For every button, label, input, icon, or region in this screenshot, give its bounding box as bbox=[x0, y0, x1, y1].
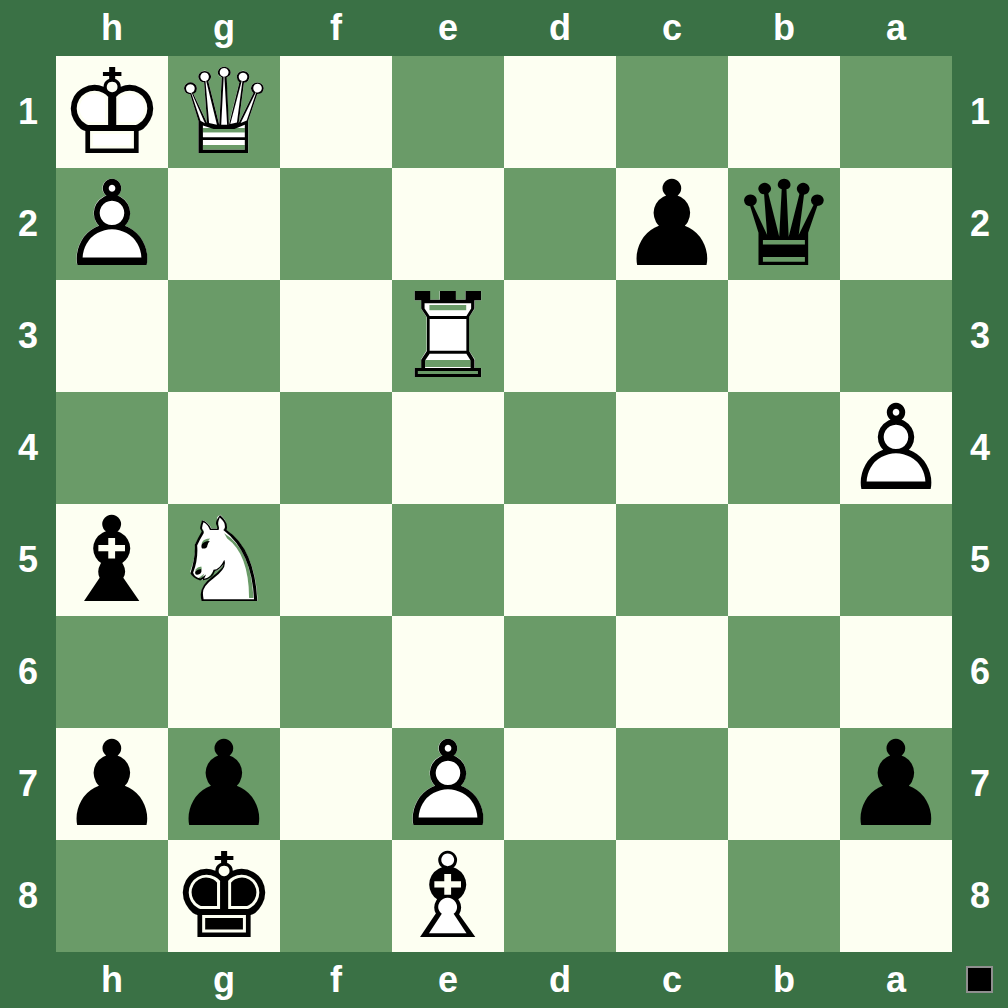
white-piece-outline-glyph: ♖ bbox=[392, 280, 504, 392]
square-d4[interactable] bbox=[504, 392, 616, 504]
square-c3[interactable] bbox=[616, 280, 728, 392]
square-b1[interactable] bbox=[728, 56, 840, 168]
square-c7[interactable] bbox=[616, 728, 728, 840]
square-e4[interactable] bbox=[392, 392, 504, 504]
square-f4[interactable] bbox=[280, 392, 392, 504]
piece-black-pawn[interactable]: ♟ bbox=[56, 728, 168, 840]
black-piece-glyph: ♛ bbox=[728, 168, 840, 280]
file-label-a: a bbox=[840, 952, 952, 1008]
square-g4[interactable] bbox=[168, 392, 280, 504]
piece-white-rook[interactable]: ♜♖ bbox=[392, 280, 504, 392]
square-g6[interactable] bbox=[168, 616, 280, 728]
square-e8[interactable]: ♝♗ bbox=[392, 840, 504, 952]
square-a8[interactable] bbox=[840, 840, 952, 952]
square-b3[interactable] bbox=[728, 280, 840, 392]
white-piece-outline-glyph: ♕ bbox=[168, 56, 280, 168]
file-label-c: c bbox=[616, 0, 728, 56]
square-b7[interactable] bbox=[728, 728, 840, 840]
piece-black-queen[interactable]: ♛ bbox=[728, 168, 840, 280]
file-label-c: c bbox=[616, 952, 728, 1008]
square-a7[interactable]: ♟ bbox=[840, 728, 952, 840]
rank-label-8: 8 bbox=[0, 840, 56, 952]
square-d6[interactable] bbox=[504, 616, 616, 728]
file-label-b: b bbox=[728, 952, 840, 1008]
square-h8[interactable] bbox=[56, 840, 168, 952]
square-g3[interactable] bbox=[168, 280, 280, 392]
rank-label-7: 7 bbox=[0, 728, 56, 840]
square-h5[interactable]: ♝ bbox=[56, 504, 168, 616]
rank-label-7: 7 bbox=[952, 728, 1008, 840]
square-a1[interactable] bbox=[840, 56, 952, 168]
square-b2[interactable]: ♛ bbox=[728, 168, 840, 280]
square-f6[interactable] bbox=[280, 616, 392, 728]
file-label-f: f bbox=[280, 0, 392, 56]
black-piece-glyph: ♝ bbox=[56, 504, 168, 616]
rank-labels-right: 12345678 bbox=[952, 56, 1008, 952]
square-d1[interactable] bbox=[504, 56, 616, 168]
rank-label-1: 1 bbox=[0, 56, 56, 168]
piece-black-pawn[interactable]: ♟ bbox=[840, 728, 952, 840]
file-label-d: d bbox=[504, 0, 616, 56]
rank-label-6: 6 bbox=[952, 616, 1008, 728]
piece-white-knight[interactable]: ♞♘ bbox=[168, 504, 280, 616]
file-label-b: b bbox=[728, 0, 840, 56]
rank-label-5: 5 bbox=[0, 504, 56, 616]
square-f1[interactable] bbox=[280, 56, 392, 168]
white-piece-outline-glyph: ♙ bbox=[392, 728, 504, 840]
chess-board-frame: hgfedcba hgfedcba 12345678 12345678 ♚♔♛♕… bbox=[0, 0, 1008, 1008]
file-label-e: e bbox=[392, 0, 504, 56]
square-h3[interactable] bbox=[56, 280, 168, 392]
piece-black-pawn[interactable]: ♟ bbox=[168, 728, 280, 840]
square-e2[interactable] bbox=[392, 168, 504, 280]
square-b6[interactable] bbox=[728, 616, 840, 728]
square-a2[interactable] bbox=[840, 168, 952, 280]
chess-board: ♚♔♛♕♟♙♟♛♜♖♟♙♝♞♘♟♟♟♙♟♚♝♗ bbox=[56, 56, 952, 952]
rank-label-2: 2 bbox=[952, 168, 1008, 280]
square-h2[interactable]: ♟♙ bbox=[56, 168, 168, 280]
square-g2[interactable] bbox=[168, 168, 280, 280]
white-piece-outline-glyph: ♙ bbox=[840, 392, 952, 504]
white-piece-outline-glyph: ♙ bbox=[56, 168, 168, 280]
black-piece-glyph: ♟ bbox=[840, 728, 952, 840]
piece-white-queen[interactable]: ♛♕ bbox=[168, 56, 280, 168]
square-a4[interactable]: ♟♙ bbox=[840, 392, 952, 504]
piece-black-king[interactable]: ♚ bbox=[168, 840, 280, 952]
black-to-move-indicator bbox=[966, 966, 993, 993]
square-a3[interactable] bbox=[840, 280, 952, 392]
white-piece-outline-glyph: ♘ bbox=[168, 504, 280, 616]
square-c8[interactable] bbox=[616, 840, 728, 952]
square-e3[interactable]: ♜♖ bbox=[392, 280, 504, 392]
black-piece-glyph: ♚ bbox=[168, 840, 280, 952]
square-g1[interactable]: ♛♕ bbox=[168, 56, 280, 168]
rank-label-6: 6 bbox=[0, 616, 56, 728]
rank-label-8: 8 bbox=[952, 840, 1008, 952]
square-f7[interactable] bbox=[280, 728, 392, 840]
square-a5[interactable] bbox=[840, 504, 952, 616]
rank-label-3: 3 bbox=[0, 280, 56, 392]
white-piece-outline-glyph: ♗ bbox=[392, 840, 504, 952]
rank-label-5: 5 bbox=[952, 504, 1008, 616]
black-piece-glyph: ♟ bbox=[168, 728, 280, 840]
piece-white-pawn[interactable]: ♟♙ bbox=[840, 392, 952, 504]
rank-label-1: 1 bbox=[952, 56, 1008, 168]
square-c4[interactable] bbox=[616, 392, 728, 504]
piece-white-bishop[interactable]: ♝♗ bbox=[392, 840, 504, 952]
rank-label-4: 4 bbox=[952, 392, 1008, 504]
square-e5[interactable] bbox=[392, 504, 504, 616]
square-e1[interactable] bbox=[392, 56, 504, 168]
square-b4[interactable] bbox=[728, 392, 840, 504]
black-piece-glyph: ♟ bbox=[56, 728, 168, 840]
square-h4[interactable] bbox=[56, 392, 168, 504]
square-d8[interactable] bbox=[504, 840, 616, 952]
rank-label-4: 4 bbox=[0, 392, 56, 504]
piece-black-pawn[interactable]: ♟ bbox=[616, 168, 728, 280]
square-d7[interactable] bbox=[504, 728, 616, 840]
square-f5[interactable] bbox=[280, 504, 392, 616]
square-f2[interactable] bbox=[280, 168, 392, 280]
square-c2[interactable]: ♟ bbox=[616, 168, 728, 280]
file-label-f: f bbox=[280, 952, 392, 1008]
rank-labels-left: 12345678 bbox=[0, 56, 56, 952]
square-h6[interactable] bbox=[56, 616, 168, 728]
piece-white-king[interactable]: ♚♔ bbox=[56, 56, 168, 168]
square-h7[interactable]: ♟ bbox=[56, 728, 168, 840]
square-g8[interactable]: ♚ bbox=[168, 840, 280, 952]
rank-label-2: 2 bbox=[0, 168, 56, 280]
rank-label-3: 3 bbox=[952, 280, 1008, 392]
square-b8[interactable] bbox=[728, 840, 840, 952]
white-piece-outline-glyph: ♔ bbox=[56, 56, 168, 168]
square-c1[interactable] bbox=[616, 56, 728, 168]
piece-white-pawn[interactable]: ♟♙ bbox=[392, 728, 504, 840]
file-label-d: d bbox=[504, 952, 616, 1008]
square-d2[interactable] bbox=[504, 168, 616, 280]
square-e7[interactable]: ♟♙ bbox=[392, 728, 504, 840]
square-c6[interactable] bbox=[616, 616, 728, 728]
square-f8[interactable] bbox=[280, 840, 392, 952]
square-g5[interactable]: ♞♘ bbox=[168, 504, 280, 616]
file-label-h: h bbox=[56, 952, 168, 1008]
square-h1[interactable]: ♚♔ bbox=[56, 56, 168, 168]
square-f3[interactable] bbox=[280, 280, 392, 392]
square-d5[interactable] bbox=[504, 504, 616, 616]
file-label-a: a bbox=[840, 0, 952, 56]
piece-white-pawn[interactable]: ♟♙ bbox=[56, 168, 168, 280]
square-c5[interactable] bbox=[616, 504, 728, 616]
square-b5[interactable] bbox=[728, 504, 840, 616]
piece-black-bishop[interactable]: ♝ bbox=[56, 504, 168, 616]
square-d3[interactable] bbox=[504, 280, 616, 392]
square-a6[interactable] bbox=[840, 616, 952, 728]
square-e6[interactable] bbox=[392, 616, 504, 728]
square-g7[interactable]: ♟ bbox=[168, 728, 280, 840]
black-piece-glyph: ♟ bbox=[616, 168, 728, 280]
